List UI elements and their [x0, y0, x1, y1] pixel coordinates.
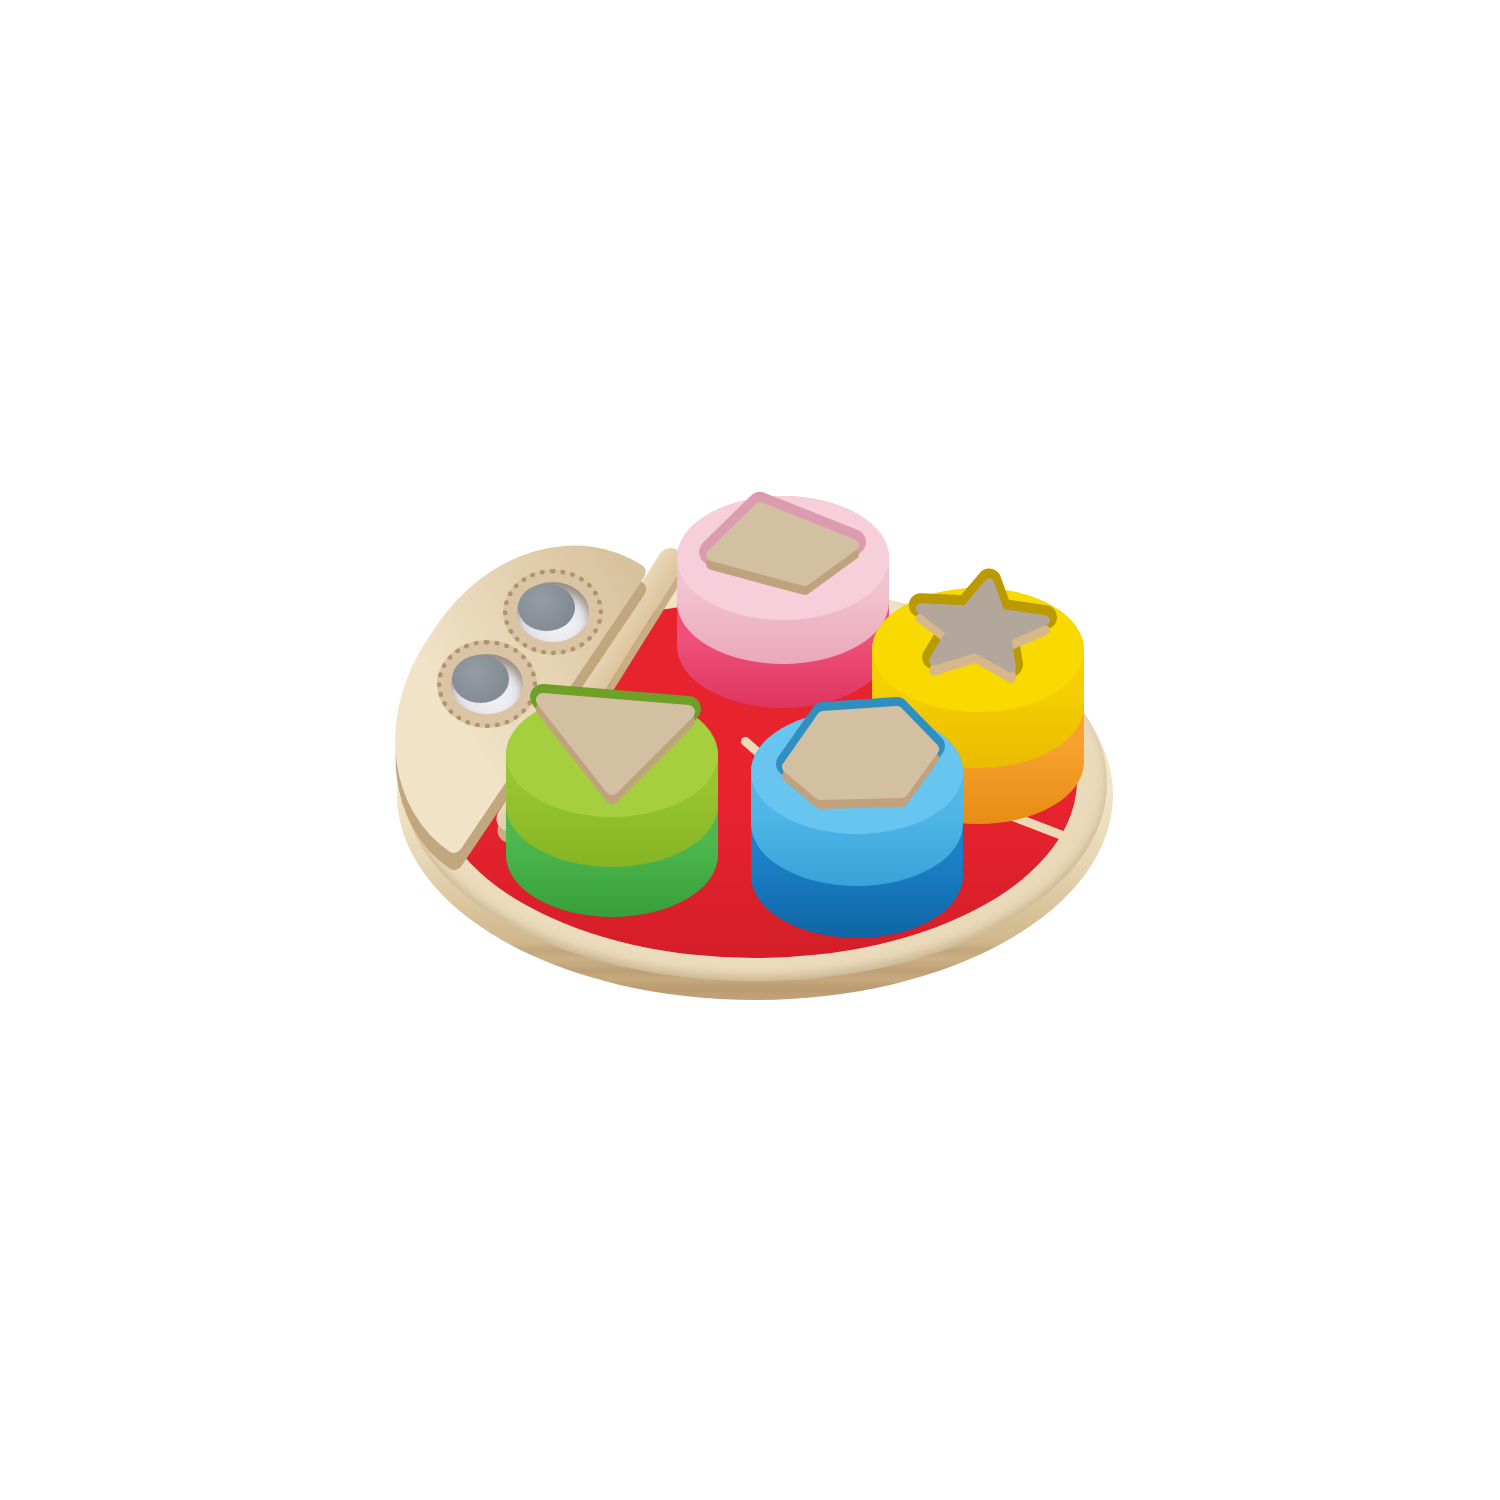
- googly-eye-right: [503, 569, 603, 655]
- triangle-block: [492, 647, 732, 817]
- ladybug-shape-sorter-photo: [0, 0, 1500, 1500]
- hexagon-block: [740, 670, 980, 840]
- eye-pupil: [518, 584, 576, 631]
